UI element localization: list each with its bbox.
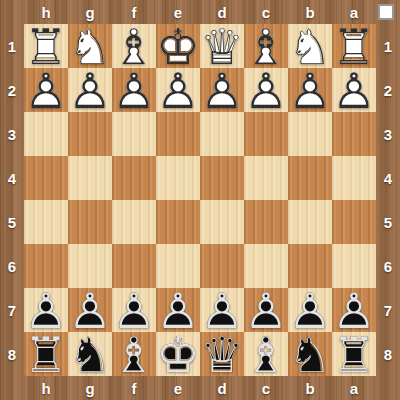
piece-white-bishop: ♝♗ (244, 24, 288, 68)
piece-white-pawn: ♟♙ (332, 68, 376, 112)
square-h4[interactable] (24, 156, 68, 200)
piece-glyph-fill: ♝ (112, 334, 156, 378)
piece-glyph-fill: ♟ (244, 290, 288, 334)
rank-label-left-3: 3 (0, 112, 24, 156)
board-grid: ♜♖♞♘♝♗♚♔♛♕♝♗♞♘♜♖♟♙♟♙♟♙♟♙♟♙♟♙♟♙♟♙♟♙♟♙♟♙♟♙… (24, 24, 376, 376)
piece-glyph-fill: ♜ (332, 334, 376, 378)
square-c8[interactable]: ♝♗ (244, 332, 288, 376)
file-label-bottom-e: e (156, 376, 200, 400)
piece-glyph-fill: ♟ (244, 70, 288, 114)
square-d1[interactable]: ♛♕ (200, 24, 244, 68)
piece-black-pawn: ♟♙ (156, 288, 200, 332)
piece-black-knight: ♞♘ (68, 332, 112, 376)
piece-glyph-outline: ♙ (112, 290, 156, 334)
piece-white-pawn: ♟♙ (68, 68, 112, 112)
file-label-top-h: h (24, 0, 68, 24)
square-a6[interactable] (332, 244, 376, 288)
square-h3[interactable] (24, 112, 68, 156)
file-label-top-g: g (68, 0, 112, 24)
piece-glyph-outline: ♗ (244, 26, 288, 70)
piece-white-bishop: ♝♗ (112, 24, 156, 68)
square-f4[interactable] (112, 156, 156, 200)
square-b7[interactable]: ♟♙ (288, 288, 332, 332)
file-label-bottom-c: c (244, 376, 288, 400)
piece-white-pawn: ♟♙ (24, 68, 68, 112)
rank-label-right-3: 3 (376, 112, 400, 156)
piece-black-pawn: ♟♙ (244, 288, 288, 332)
rank-label-right-8: 8 (376, 332, 400, 376)
piece-black-pawn: ♟♙ (112, 288, 156, 332)
piece-glyph-fill: ♞ (68, 26, 112, 70)
square-g1[interactable]: ♞♘ (68, 24, 112, 68)
piece-glyph-fill: ♛ (200, 334, 244, 378)
rank-labels-right: 12345678 (376, 24, 400, 376)
square-g7[interactable]: ♟♙ (68, 288, 112, 332)
rank-label-right-4: 4 (376, 156, 400, 200)
square-h2[interactable]: ♟♙ (24, 68, 68, 112)
square-a3[interactable] (332, 112, 376, 156)
rank-label-left-5: 5 (0, 200, 24, 244)
square-f1[interactable]: ♝♗ (112, 24, 156, 68)
square-a7[interactable]: ♟♙ (332, 288, 376, 332)
square-h8[interactable]: ♜♖ (24, 332, 68, 376)
square-g2[interactable]: ♟♙ (68, 68, 112, 112)
square-d4[interactable] (200, 156, 244, 200)
rank-label-left-2: 2 (0, 68, 24, 112)
piece-glyph-outline: ♙ (68, 290, 112, 334)
piece-glyph-outline: ♕ (200, 334, 244, 378)
piece-glyph-fill: ♟ (332, 70, 376, 114)
square-c7[interactable]: ♟♙ (244, 288, 288, 332)
rank-label-left-7: 7 (0, 288, 24, 332)
square-e7[interactable]: ♟♙ (156, 288, 200, 332)
file-label-bottom-b: b (288, 376, 332, 400)
rank-label-left-6: 6 (0, 244, 24, 288)
piece-glyph-fill: ♟ (288, 290, 332, 334)
square-f2[interactable]: ♟♙ (112, 68, 156, 112)
square-e1[interactable]: ♚♔ (156, 24, 200, 68)
piece-glyph-fill: ♜ (24, 26, 68, 70)
file-label-top-a: a (332, 0, 376, 24)
piece-glyph-outline: ♘ (288, 26, 332, 70)
piece-white-pawn: ♟♙ (288, 68, 332, 112)
piece-glyph-outline: ♘ (68, 26, 112, 70)
square-a4[interactable] (332, 156, 376, 200)
square-e8[interactable]: ♚♔ (156, 332, 200, 376)
square-a1[interactable]: ♜♖ (332, 24, 376, 68)
piece-glyph-outline: ♙ (200, 70, 244, 114)
chess-board: hgfedcba hgfedcba 12345678 12345678 ♜♖♞♘… (0, 0, 400, 400)
piece-white-pawn: ♟♙ (244, 68, 288, 112)
file-label-bottom-f: f (112, 376, 156, 400)
piece-black-queen: ♛♕ (200, 332, 244, 376)
square-f3[interactable] (112, 112, 156, 156)
rank-label-right-1: 1 (376, 24, 400, 68)
piece-glyph-fill: ♞ (68, 334, 112, 378)
piece-black-king: ♚♔ (156, 332, 200, 376)
piece-black-pawn: ♟♙ (200, 288, 244, 332)
piece-glyph-outline: ♙ (156, 70, 200, 114)
square-d2[interactable]: ♟♙ (200, 68, 244, 112)
piece-glyph-fill: ♞ (288, 334, 332, 378)
piece-glyph-outline: ♙ (244, 70, 288, 114)
square-e2[interactable]: ♟♙ (156, 68, 200, 112)
file-label-top-d: d (200, 0, 244, 24)
piece-glyph-fill: ♛ (200, 26, 244, 70)
piece-glyph-outline: ♙ (288, 290, 332, 334)
piece-glyph-fill: ♝ (244, 26, 288, 70)
piece-glyph-outline: ♗ (112, 334, 156, 378)
piece-glyph-fill: ♜ (332, 26, 376, 70)
square-e6[interactable] (156, 244, 200, 288)
piece-glyph-fill: ♜ (24, 334, 68, 378)
piece-glyph-fill: ♟ (200, 70, 244, 114)
piece-glyph-outline: ♔ (156, 26, 200, 70)
piece-glyph-outline: ♖ (24, 334, 68, 378)
file-label-bottom-d: d (200, 376, 244, 400)
piece-black-pawn: ♟♙ (68, 288, 112, 332)
piece-glyph-outline: ♙ (156, 290, 200, 334)
square-h6[interactable] (24, 244, 68, 288)
piece-glyph-outline: ♖ (332, 334, 376, 378)
square-e4[interactable] (156, 156, 200, 200)
piece-glyph-fill: ♝ (112, 26, 156, 70)
square-g4[interactable] (68, 156, 112, 200)
file-label-top-c: c (244, 0, 288, 24)
piece-black-bishop: ♝♗ (244, 332, 288, 376)
file-label-bottom-g: g (68, 376, 112, 400)
rank-label-left-1: 1 (0, 24, 24, 68)
piece-glyph-outline: ♙ (112, 70, 156, 114)
square-f7[interactable]: ♟♙ (112, 288, 156, 332)
square-f8[interactable]: ♝♗ (112, 332, 156, 376)
piece-glyph-fill: ♟ (24, 290, 68, 334)
piece-black-bishop: ♝♗ (112, 332, 156, 376)
piece-glyph-outline: ♕ (200, 26, 244, 70)
square-b8[interactable]: ♞♘ (288, 332, 332, 376)
square-g5[interactable] (68, 200, 112, 244)
square-c6[interactable] (244, 244, 288, 288)
file-label-top-f: f (112, 0, 156, 24)
piece-glyph-outline: ♖ (24, 26, 68, 70)
piece-black-pawn: ♟♙ (288, 288, 332, 332)
square-c3[interactable] (244, 112, 288, 156)
piece-white-queen: ♛♕ (200, 24, 244, 68)
square-b3[interactable] (288, 112, 332, 156)
square-f5[interactable] (112, 200, 156, 244)
file-label-bottom-h: h (24, 376, 68, 400)
file-labels-bottom: hgfedcba (24, 376, 376, 400)
piece-black-pawn: ♟♙ (332, 288, 376, 332)
piece-glyph-fill: ♚ (156, 334, 200, 378)
file-label-bottom-a: a (332, 376, 376, 400)
piece-white-pawn: ♟♙ (112, 68, 156, 112)
square-a5[interactable] (332, 200, 376, 244)
square-g3[interactable] (68, 112, 112, 156)
piece-glyph-outline: ♗ (112, 26, 156, 70)
piece-glyph-fill: ♞ (288, 26, 332, 70)
piece-glyph-fill: ♟ (156, 70, 200, 114)
white-to-move-square-icon (378, 4, 394, 20)
square-b1[interactable]: ♞♘ (288, 24, 332, 68)
square-b2[interactable]: ♟♙ (288, 68, 332, 112)
piece-white-knight: ♞♘ (68, 24, 112, 68)
piece-glyph-outline: ♗ (244, 334, 288, 378)
piece-glyph-fill: ♟ (332, 290, 376, 334)
square-g6[interactable] (68, 244, 112, 288)
piece-glyph-fill: ♝ (244, 334, 288, 378)
rank-label-left-4: 4 (0, 156, 24, 200)
piece-glyph-outline: ♙ (288, 70, 332, 114)
piece-glyph-fill: ♟ (112, 70, 156, 114)
piece-glyph-outline: ♙ (68, 70, 112, 114)
piece-glyph-outline: ♔ (156, 334, 200, 378)
square-b6[interactable] (288, 244, 332, 288)
square-g8[interactable]: ♞♘ (68, 332, 112, 376)
piece-glyph-outline: ♘ (288, 334, 332, 378)
square-e5[interactable] (156, 200, 200, 244)
piece-white-rook: ♜♖ (332, 24, 376, 68)
square-b4[interactable] (288, 156, 332, 200)
piece-black-rook: ♜♖ (332, 332, 376, 376)
piece-white-knight: ♞♘ (288, 24, 332, 68)
piece-black-knight: ♞♘ (288, 332, 332, 376)
rank-label-left-8: 8 (0, 332, 24, 376)
piece-glyph-outline: ♘ (68, 334, 112, 378)
piece-glyph-outline: ♙ (332, 290, 376, 334)
rank-label-right-7: 7 (376, 288, 400, 332)
square-f6[interactable] (112, 244, 156, 288)
square-h7[interactable]: ♟♙ (24, 288, 68, 332)
rank-label-right-6: 6 (376, 244, 400, 288)
piece-glyph-outline: ♖ (332, 26, 376, 70)
square-a8[interactable]: ♜♖ (332, 332, 376, 376)
piece-glyph-fill: ♟ (68, 70, 112, 114)
piece-glyph-fill: ♟ (24, 70, 68, 114)
rank-label-right-2: 2 (376, 68, 400, 112)
piece-white-king: ♚♔ (156, 24, 200, 68)
square-d8[interactable]: ♛♕ (200, 332, 244, 376)
file-labels-top: hgfedcba (24, 0, 376, 24)
piece-black-rook: ♜♖ (24, 332, 68, 376)
piece-glyph-fill: ♟ (288, 70, 332, 114)
square-d7[interactable]: ♟♙ (200, 288, 244, 332)
square-c1[interactable]: ♝♗ (244, 24, 288, 68)
file-label-top-e: e (156, 0, 200, 24)
square-d6[interactable] (200, 244, 244, 288)
piece-glyph-fill: ♚ (156, 26, 200, 70)
square-h1[interactable]: ♜♖ (24, 24, 68, 68)
square-a2[interactable]: ♟♙ (332, 68, 376, 112)
piece-white-pawn: ♟♙ (156, 68, 200, 112)
file-label-top-b: b (288, 0, 332, 24)
rank-label-right-5: 5 (376, 200, 400, 244)
square-e3[interactable] (156, 112, 200, 156)
square-d3[interactable] (200, 112, 244, 156)
square-c5[interactable] (244, 200, 288, 244)
piece-glyph-fill: ♟ (68, 290, 112, 334)
square-c2[interactable]: ♟♙ (244, 68, 288, 112)
piece-glyph-fill: ♟ (112, 290, 156, 334)
square-c4[interactable] (244, 156, 288, 200)
piece-black-pawn: ♟♙ (24, 288, 68, 332)
square-h5[interactable] (24, 200, 68, 244)
piece-glyph-outline: ♙ (244, 290, 288, 334)
piece-glyph-outline: ♙ (332, 70, 376, 114)
piece-white-rook: ♜♖ (24, 24, 68, 68)
rank-labels-left: 12345678 (0, 24, 24, 376)
piece-white-pawn: ♟♙ (200, 68, 244, 112)
square-d5[interactable] (200, 200, 244, 244)
piece-glyph-outline: ♙ (24, 290, 68, 334)
piece-glyph-fill: ♟ (156, 290, 200, 334)
piece-glyph-fill: ♟ (200, 290, 244, 334)
square-b5[interactable] (288, 200, 332, 244)
piece-glyph-outline: ♙ (200, 290, 244, 334)
piece-glyph-outline: ♙ (24, 70, 68, 114)
